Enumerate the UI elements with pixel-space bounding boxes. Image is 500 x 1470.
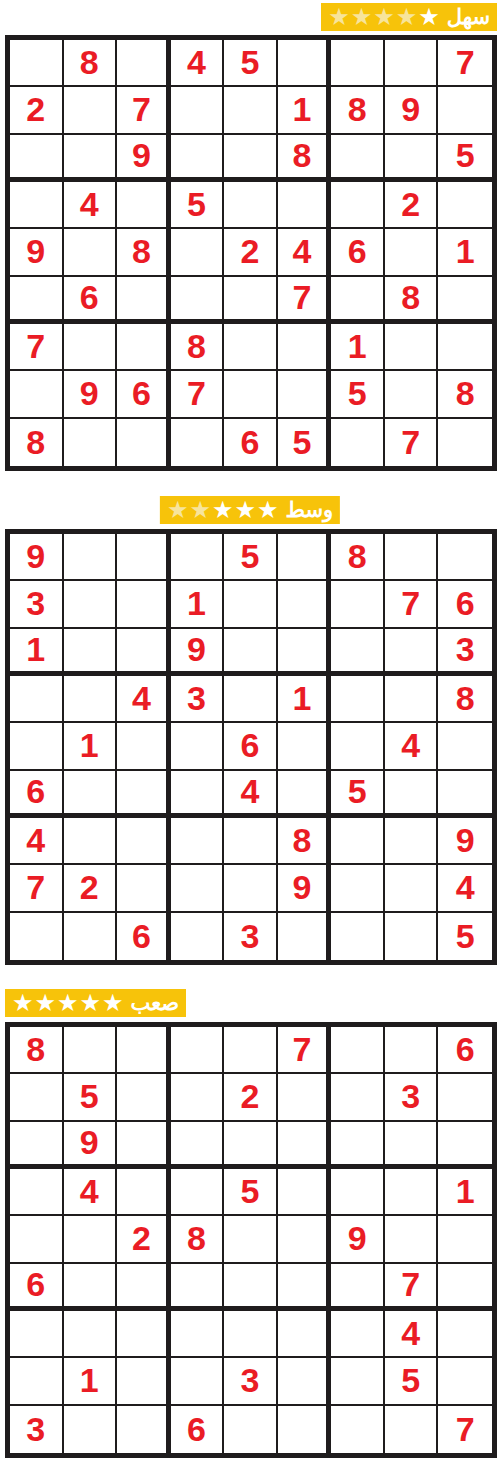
sudoku-cell-r6c7: [331, 1264, 385, 1311]
sudoku-cell-r4c2: 4: [64, 182, 118, 229]
sudoku-cell-r5c3: 8: [117, 229, 171, 276]
sudoku-cell-r6c8: 7: [385, 1264, 439, 1311]
sudoku-cell-r4c2: 4: [64, 1169, 118, 1216]
sudoku-cell-r9c8: [385, 913, 439, 960]
sudoku-cell-r5c6: 4: [278, 229, 332, 276]
sudoku-cell-r9c3: [117, 419, 171, 466]
sudoku-cell-r2c2: 5: [64, 1074, 118, 1121]
sudoku-cell-r7c3: [117, 324, 171, 371]
star-icon-filled: ★: [80, 990, 102, 1016]
sudoku-cell-r5c1: [10, 723, 64, 770]
sudoku-cell-r6c6: [278, 1264, 332, 1311]
sudoku-cell-r3c6: [278, 629, 332, 676]
sudoku-cell-r9c1: 3: [10, 1406, 64, 1453]
sudoku-cell-r8c6: 9: [278, 865, 332, 912]
sudoku-grid-easy: 845727189985452982461678781967588657: [5, 35, 497, 471]
sudoku-cell-r9c1: [10, 913, 64, 960]
sudoku-cell-r8c9: 8: [438, 371, 492, 418]
sudoku-cell-r2c9: [438, 87, 492, 134]
sudoku-cell-r5c2: [64, 1216, 118, 1263]
sudoku-cell-r8c7: [331, 1358, 385, 1405]
sudoku-cell-r7c7: [331, 1311, 385, 1358]
sudoku-cell-r5c3: 2: [117, 1216, 171, 1263]
sudoku-cell-r7c2: [64, 818, 118, 865]
sudoku-cell-r6c4: [171, 771, 225, 818]
sudoku-cell-r5c5: 6: [224, 723, 278, 770]
sudoku-cell-r4c5: [224, 182, 278, 229]
sudoku-cell-r8c8: [385, 371, 439, 418]
sudoku-cell-r4c4: 5: [171, 182, 225, 229]
sudoku-cell-r1c4: [171, 1027, 225, 1074]
sudoku-cell-r4c7: [331, 182, 385, 229]
sudoku-cell-r8c1: [10, 1358, 64, 1405]
sudoku-cell-r5c8: [385, 229, 439, 276]
sudoku-cell-r8c2: 2: [64, 865, 118, 912]
star-icon-filled: ★: [257, 497, 279, 523]
sudoku-cell-r3c4: [171, 135, 225, 182]
star-icon-filled: ★: [12, 990, 34, 1016]
sudoku-cell-r7c6: [278, 324, 332, 371]
sudoku-cell-r7c2: [64, 1311, 118, 1358]
sudoku-cell-r8c4: 7: [171, 371, 225, 418]
sudoku-cell-r1c5: [224, 1027, 278, 1074]
sudoku-cell-r4c9: 1: [438, 1169, 492, 1216]
sudoku-cell-r5c1: [10, 1216, 64, 1263]
sudoku-cell-r6c6: 7: [278, 277, 332, 324]
sudoku-cell-r8c3: [117, 1358, 171, 1405]
sudoku-cell-r5c5: [224, 1216, 278, 1263]
sudoku-cell-r9c6: [278, 1406, 332, 1453]
sudoku-cell-r9c4: [171, 913, 225, 960]
sudoku-cell-r4c8: 2: [385, 182, 439, 229]
sudoku-cell-r6c4: [171, 1264, 225, 1311]
star-icon-empty: ★: [373, 4, 395, 30]
sudoku-cell-r8c7: [331, 865, 385, 912]
sudoku-cell-r9c6: [278, 913, 332, 960]
sudoku-cell-r7c5: [224, 324, 278, 371]
sudoku-cell-r1c5: 5: [224, 40, 278, 87]
sudoku-cell-r4c3: [117, 182, 171, 229]
sudoku-cell-r3c8: [385, 1122, 439, 1169]
sudoku-cell-r2c7: [331, 1074, 385, 1121]
star-icon-filled: ★: [418, 4, 440, 30]
sudoku-cell-r1c1: [10, 40, 64, 87]
sudoku-cell-r2c4: 1: [171, 581, 225, 628]
sudoku-cell-r2c4: [171, 87, 225, 134]
sudoku-cell-r4c1: [10, 1169, 64, 1216]
sudoku-cell-r5c8: [385, 1216, 439, 1263]
sudoku-cell-r6c6: [278, 771, 332, 818]
sudoku-cell-r3c9: [438, 1122, 492, 1169]
sudoku-cell-r3c7: [331, 135, 385, 182]
sudoku-cell-r6c7: 5: [331, 771, 385, 818]
sudoku-cell-r6c8: 8: [385, 277, 439, 324]
sudoku-cell-r1c8: [385, 1027, 439, 1074]
sudoku-cell-r9c2: [64, 1406, 118, 1453]
sudoku-cell-r9c7: [331, 419, 385, 466]
sudoku-cell-r1c8: [385, 40, 439, 87]
sudoku-cell-r6c3: [117, 771, 171, 818]
sudoku-cell-r7c5: [224, 818, 278, 865]
sudoku-cell-r7c4: [171, 1311, 225, 1358]
star-icon-filled: ★: [234, 497, 256, 523]
sudoku-cell-r2c6: 1: [278, 87, 332, 134]
sudoku-cell-r3c7: [331, 629, 385, 676]
sudoku-cell-r8c5: [224, 371, 278, 418]
sudoku-cell-r4c9: 8: [438, 676, 492, 723]
difficulty-banner-medium: ★★★★★ وسط: [160, 496, 340, 524]
sudoku-cell-r4c4: [171, 1169, 225, 1216]
sudoku-cell-r7c4: [171, 818, 225, 865]
sudoku-cell-r6c2: [64, 771, 118, 818]
sudoku-cell-r3c2: [64, 629, 118, 676]
star-icon-empty: ★: [351, 4, 373, 30]
star-icon-filled: ★: [35, 990, 57, 1016]
sudoku-cell-r9c8: 7: [385, 419, 439, 466]
sudoku-cell-r1c9: 7: [438, 40, 492, 87]
sudoku-cell-r7c1: 7: [10, 324, 64, 371]
sudoku-cell-r8c1: [10, 371, 64, 418]
difficulty-banner-hard: ★★★★★ صعب: [5, 989, 186, 1017]
sudoku-cell-r4c8: [385, 1169, 439, 1216]
sudoku-cell-r7c5: [224, 1311, 278, 1358]
sudoku-cell-r7c8: [385, 324, 439, 371]
star-icon-filled: ★: [212, 497, 234, 523]
sudoku-cell-r9c9: 5: [438, 913, 492, 960]
sudoku-cell-r2c5: [224, 87, 278, 134]
sudoku-cell-r9c9: 7: [438, 1406, 492, 1453]
sudoku-cell-r9c2: [64, 419, 118, 466]
sudoku-cell-r5c9: 1: [438, 229, 492, 276]
sudoku-cell-r3c3: [117, 1122, 171, 1169]
sudoku-cell-r8c6: [278, 371, 332, 418]
star-icon-empty: ★: [396, 4, 418, 30]
sudoku-cell-r4c6: [278, 1169, 332, 1216]
sudoku-cell-r8c8: [385, 865, 439, 912]
sudoku-cell-r8c8: 5: [385, 1358, 439, 1405]
sudoku-cell-r8c5: 3: [224, 1358, 278, 1405]
difficulty-label: وسط: [285, 497, 333, 523]
sudoku-cell-r4c3: [117, 1169, 171, 1216]
sudoku-cell-r8c6: [278, 1358, 332, 1405]
sudoku-cell-r2c2: [64, 581, 118, 628]
sudoku-cell-r5c9: [438, 1216, 492, 1263]
sudoku-cell-r1c7: 8: [331, 534, 385, 581]
sudoku-cell-r7c7: 1: [331, 324, 385, 371]
sudoku-cell-r5c6: [278, 1216, 332, 1263]
sudoku-cell-r1c2: [64, 534, 118, 581]
sudoku-cell-r5c5: 2: [224, 229, 278, 276]
sudoku-cell-r3c5: [224, 135, 278, 182]
sudoku-cell-r2c4: [171, 1074, 225, 1121]
sudoku-cell-r7c9: 9: [438, 818, 492, 865]
star-icon-empty: ★: [167, 497, 189, 523]
sudoku-cell-r3c1: [10, 1122, 64, 1169]
sudoku-cell-r5c3: [117, 723, 171, 770]
sudoku-cell-r1c1: 8: [10, 1027, 64, 1074]
sudoku-cell-r6c5: [224, 1264, 278, 1311]
sudoku-cell-r9c7: [331, 913, 385, 960]
sudoku-cell-r2c1: [10, 1074, 64, 1121]
sudoku-cell-r4c7: [331, 676, 385, 723]
sudoku-cell-r2c5: 2: [224, 1074, 278, 1121]
sudoku-cell-r9c4: 6: [171, 1406, 225, 1453]
sudoku-cell-r1c5: 5: [224, 534, 278, 581]
sudoku-cell-r3c6: [278, 1122, 332, 1169]
sudoku-cell-r5c4: [171, 229, 225, 276]
sudoku-cell-r3c4: 9: [171, 629, 225, 676]
sudoku-cell-r3c9: 3: [438, 629, 492, 676]
sudoku-cell-r6c4: [171, 277, 225, 324]
sudoku-cell-r9c3: [117, 1406, 171, 1453]
sudoku-cell-r5c1: 9: [10, 229, 64, 276]
sudoku-cell-r1c9: 6: [438, 1027, 492, 1074]
sudoku-cell-r1c7: [331, 40, 385, 87]
star-icon-empty: ★: [328, 4, 350, 30]
sudoku-cell-r8c2: 9: [64, 371, 118, 418]
sudoku-cell-r3c5: [224, 629, 278, 676]
sudoku-cell-r5c7: 9: [331, 1216, 385, 1263]
sudoku-cell-r8c9: [438, 1358, 492, 1405]
sudoku-cell-r9c4: [171, 419, 225, 466]
sudoku-cell-r2c7: 8: [331, 87, 385, 134]
sudoku-cell-r2c3: [117, 1074, 171, 1121]
star-icon-empty: ★: [189, 497, 211, 523]
sudoku-cell-r9c1: 8: [10, 419, 64, 466]
sudoku-grid-hard: 8765239451289674135367: [5, 1022, 497, 1458]
sudoku-cell-r4c1: [10, 182, 64, 229]
star-icon-filled: ★: [102, 990, 124, 1016]
sudoku-cell-r6c1: [10, 277, 64, 324]
sudoku-cell-r1c3: [117, 40, 171, 87]
sudoku-cell-r5c6: [278, 723, 332, 770]
sudoku-cell-r3c6: 8: [278, 135, 332, 182]
sudoku-cell-r6c9: [438, 771, 492, 818]
sudoku-cell-r5c4: [171, 723, 225, 770]
sudoku-cell-r8c5: [224, 865, 278, 912]
sudoku-cell-r9c8: [385, 1406, 439, 1453]
sudoku-cell-r9c3: 6: [117, 913, 171, 960]
sudoku-cell-r6c9: [438, 277, 492, 324]
sudoku-cell-r7c1: 4: [10, 818, 64, 865]
sudoku-cell-r7c7: [331, 818, 385, 865]
sudoku-cell-r3c7: [331, 1122, 385, 1169]
sudoku-cell-r7c9: [438, 1311, 492, 1358]
sudoku-cell-r7c8: [385, 818, 439, 865]
sudoku-cell-r7c6: 8: [278, 818, 332, 865]
sudoku-cell-r8c4: [171, 865, 225, 912]
sudoku-cell-r4c7: [331, 1169, 385, 1216]
sudoku-cell-r1c9: [438, 534, 492, 581]
sudoku-cell-r1c8: [385, 534, 439, 581]
sudoku-cell-r8c1: 7: [10, 865, 64, 912]
sudoku-cell-r7c6: [278, 1311, 332, 1358]
sudoku-cell-r5c8: 4: [385, 723, 439, 770]
sudoku-cell-r3c2: 9: [64, 1122, 118, 1169]
sudoku-cell-r1c7: [331, 1027, 385, 1074]
sudoku-cell-r3c5: [224, 1122, 278, 1169]
sudoku-cell-r2c7: [331, 581, 385, 628]
sudoku-cell-r1c3: [117, 534, 171, 581]
sudoku-cell-r9c2: [64, 913, 118, 960]
sudoku-cell-r6c2: 6: [64, 277, 118, 324]
sudoku-cell-r1c6: [278, 40, 332, 87]
sudoku-cell-r9c9: [438, 419, 492, 466]
sudoku-cell-r4c9: [438, 182, 492, 229]
sudoku-grid-medium: 958317619343181646454897294635: [5, 529, 497, 965]
sudoku-cell-r8c3: 6: [117, 371, 171, 418]
sudoku-cell-r4c3: 4: [117, 676, 171, 723]
sudoku-cell-r5c9: [438, 723, 492, 770]
sudoku-cell-r4c4: 3: [171, 676, 225, 723]
sudoku-cell-r8c7: 5: [331, 371, 385, 418]
sudoku-cell-r9c6: 5: [278, 419, 332, 466]
sudoku-cell-r9c7: [331, 1406, 385, 1453]
sudoku-cell-r7c3: [117, 818, 171, 865]
sudoku-cell-r7c2: [64, 324, 118, 371]
sudoku-cell-r2c8: 3: [385, 1074, 439, 1121]
difficulty-label: صعب: [131, 990, 180, 1016]
sudoku-cell-r3c4: [171, 1122, 225, 1169]
sudoku-cell-r2c8: 9: [385, 87, 439, 134]
sudoku-cell-r6c5: [224, 277, 278, 324]
sudoku-cell-r2c6: [278, 581, 332, 628]
sudoku-cell-r4c5: [224, 676, 278, 723]
sudoku-cell-r3c1: [10, 135, 64, 182]
sudoku-cell-r9c5: 6: [224, 419, 278, 466]
sudoku-cell-r2c5: [224, 581, 278, 628]
sudoku-cell-r2c8: 7: [385, 581, 439, 628]
sudoku-cell-r5c7: [331, 723, 385, 770]
sudoku-cell-r2c2: [64, 87, 118, 134]
star-rating: ★★★★★: [12, 990, 124, 1016]
sudoku-cell-r6c9: [438, 1264, 492, 1311]
sudoku-cell-r9c5: [224, 1406, 278, 1453]
sudoku-cell-r2c1: 2: [10, 87, 64, 134]
sudoku-cell-r6c7: [331, 277, 385, 324]
sudoku-cell-r3c8: [385, 135, 439, 182]
difficulty-banner-easy: ★★★★★ سهل: [321, 3, 497, 31]
sudoku-cell-r2c9: 6: [438, 581, 492, 628]
sudoku-cell-r6c1: 6: [10, 771, 64, 818]
sudoku-cell-r2c1: 3: [10, 581, 64, 628]
sudoku-cell-r4c8: [385, 676, 439, 723]
sudoku-cell-r3c3: [117, 629, 171, 676]
sudoku-cell-r1c2: [64, 1027, 118, 1074]
difficulty-label: سهل: [447, 4, 490, 30]
sudoku-cell-r1c6: 7: [278, 1027, 332, 1074]
sudoku-cell-r6c3: [117, 277, 171, 324]
sudoku-cell-r7c3: [117, 1311, 171, 1358]
sudoku-cell-r2c3: 7: [117, 87, 171, 134]
sudoku-cell-r3c3: 9: [117, 135, 171, 182]
sudoku-cell-r3c9: 5: [438, 135, 492, 182]
sudoku-cell-r2c9: [438, 1074, 492, 1121]
sudoku-cell-r1c3: [117, 1027, 171, 1074]
sudoku-cell-r3c8: [385, 629, 439, 676]
sudoku-cell-r5c2: [64, 229, 118, 276]
sudoku-cell-r4c2: [64, 676, 118, 723]
sudoku-cell-r7c8: 4: [385, 1311, 439, 1358]
sudoku-cell-r3c1: 1: [10, 629, 64, 676]
sudoku-cell-r8c4: [171, 1358, 225, 1405]
sudoku-cell-r2c3: [117, 581, 171, 628]
sudoku-cell-r3c2: [64, 135, 118, 182]
sudoku-cell-r5c7: 6: [331, 229, 385, 276]
sudoku-cell-r5c2: 1: [64, 723, 118, 770]
sudoku-cell-r1c4: [171, 534, 225, 581]
sudoku-cell-r6c5: 4: [224, 771, 278, 818]
sudoku-cell-r4c5: 5: [224, 1169, 278, 1216]
sudoku-cell-r5c4: 8: [171, 1216, 225, 1263]
sudoku-cell-r4c6: 1: [278, 676, 332, 723]
sudoku-cell-r7c4: 8: [171, 324, 225, 371]
sudoku-cell-r1c4: 4: [171, 40, 225, 87]
sudoku-cell-r1c6: [278, 534, 332, 581]
sudoku-cell-r9c5: 3: [224, 913, 278, 960]
sudoku-cell-r1c1: 9: [10, 534, 64, 581]
sudoku-cell-r6c2: [64, 1264, 118, 1311]
sudoku-cell-r6c3: [117, 1264, 171, 1311]
sudoku-cell-r8c2: 1: [64, 1358, 118, 1405]
star-rating: ★★★★★: [328, 4, 440, 30]
sudoku-cell-r4c6: [278, 182, 332, 229]
sudoku-cell-r7c1: [10, 1311, 64, 1358]
sudoku-cell-r4c1: [10, 676, 64, 723]
star-rating: ★★★★★: [167, 497, 279, 523]
star-icon-filled: ★: [57, 990, 79, 1016]
sudoku-cell-r6c1: 6: [10, 1264, 64, 1311]
sudoku-cell-r8c3: [117, 865, 171, 912]
sudoku-cell-r6c8: [385, 771, 439, 818]
sudoku-cell-r7c9: [438, 324, 492, 371]
sudoku-cell-r2c6: [278, 1074, 332, 1121]
sudoku-cell-r8c9: 4: [438, 865, 492, 912]
sudoku-cell-r1c2: 8: [64, 40, 118, 87]
